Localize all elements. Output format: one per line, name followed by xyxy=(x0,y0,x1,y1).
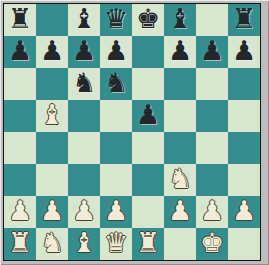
square-h2[interactable]: ♟ xyxy=(228,196,260,228)
white-pawn[interactable]: ♟ xyxy=(232,196,256,227)
white-bishop[interactable]: ♝ xyxy=(72,228,96,259)
square-e2[interactable] xyxy=(132,196,164,228)
black-pawn[interactable]: ♟ xyxy=(8,36,32,67)
square-a8[interactable]: ♜ xyxy=(4,4,36,36)
square-c7[interactable]: ♟ xyxy=(68,36,100,68)
black-pawn[interactable]: ♟ xyxy=(136,100,160,131)
square-g4[interactable] xyxy=(196,132,228,164)
square-f6[interactable] xyxy=(164,68,196,100)
square-g6[interactable] xyxy=(196,68,228,100)
square-f5[interactable] xyxy=(164,100,196,132)
black-pawn[interactable]: ♟ xyxy=(168,36,192,67)
black-pawn[interactable]: ♟ xyxy=(232,36,256,67)
square-e7[interactable] xyxy=(132,36,164,68)
black-pawn[interactable]: ♟ xyxy=(40,36,64,67)
square-c5[interactable] xyxy=(68,100,100,132)
square-h1[interactable] xyxy=(228,228,260,260)
black-bishop[interactable]: ♝ xyxy=(72,4,96,35)
square-d6[interactable]: ♞ xyxy=(100,68,132,100)
black-king[interactable]: ♚ xyxy=(136,4,160,35)
square-a5[interactable] xyxy=(4,100,36,132)
square-h5[interactable] xyxy=(228,100,260,132)
black-queen[interactable]: ♛ xyxy=(104,4,128,35)
square-e3[interactable] xyxy=(132,164,164,196)
square-a7[interactable]: ♟ xyxy=(4,36,36,68)
square-b1[interactable]: ♞ xyxy=(36,228,68,260)
white-pawn[interactable]: ♟ xyxy=(72,196,96,227)
chess-board: ♜♝♛♚♝♜♟♟♟♟♟♟♟♞♞♝♟♞♟♟♟♟♟♟♟♜♞♝♛♜♚ xyxy=(3,3,261,261)
square-e1[interactable]: ♜ xyxy=(132,228,164,260)
square-h3[interactable] xyxy=(228,164,260,196)
square-c4[interactable] xyxy=(68,132,100,164)
square-a4[interactable] xyxy=(4,132,36,164)
square-d4[interactable] xyxy=(100,132,132,164)
white-pawn[interactable]: ♟ xyxy=(40,196,64,227)
square-a3[interactable] xyxy=(4,164,36,196)
square-d1[interactable]: ♛ xyxy=(100,228,132,260)
white-pawn[interactable]: ♟ xyxy=(104,196,128,227)
black-rook[interactable]: ♜ xyxy=(232,4,256,35)
white-pawn[interactable]: ♟ xyxy=(168,196,192,227)
square-a2[interactable]: ♟ xyxy=(4,196,36,228)
white-king[interactable]: ♚ xyxy=(200,228,224,259)
black-pawn[interactable]: ♟ xyxy=(104,36,128,67)
square-f2[interactable]: ♟ xyxy=(164,196,196,228)
white-bishop[interactable]: ♝ xyxy=(40,100,64,131)
square-b5[interactable]: ♝ xyxy=(36,100,68,132)
square-a6[interactable] xyxy=(4,68,36,100)
square-d3[interactable] xyxy=(100,164,132,196)
black-bishop[interactable]: ♝ xyxy=(168,4,192,35)
square-e8[interactable]: ♚ xyxy=(132,4,164,36)
black-knight[interactable]: ♞ xyxy=(72,68,96,99)
square-b8[interactable] xyxy=(36,4,68,36)
square-c8[interactable]: ♝ xyxy=(68,4,100,36)
white-rook[interactable]: ♜ xyxy=(8,228,32,259)
white-pawn[interactable]: ♟ xyxy=(200,196,224,227)
white-pawn[interactable]: ♟ xyxy=(8,196,32,227)
square-f1[interactable] xyxy=(164,228,196,260)
square-f8[interactable]: ♝ xyxy=(164,4,196,36)
square-d5[interactable] xyxy=(100,100,132,132)
square-e4[interactable] xyxy=(132,132,164,164)
square-b7[interactable]: ♟ xyxy=(36,36,68,68)
square-c3[interactable] xyxy=(68,164,100,196)
square-h8[interactable]: ♜ xyxy=(228,4,260,36)
black-rook[interactable]: ♜ xyxy=(8,4,32,35)
square-h4[interactable] xyxy=(228,132,260,164)
white-knight[interactable]: ♞ xyxy=(40,228,64,259)
black-pawn[interactable]: ♟ xyxy=(72,36,96,67)
square-g2[interactable]: ♟ xyxy=(196,196,228,228)
square-a1[interactable]: ♜ xyxy=(4,228,36,260)
square-f3[interactable]: ♞ xyxy=(164,164,196,196)
square-b4[interactable] xyxy=(36,132,68,164)
square-b3[interactable] xyxy=(36,164,68,196)
square-e5[interactable]: ♟ xyxy=(132,100,164,132)
square-h6[interactable] xyxy=(228,68,260,100)
chess-app-window: ♜♝♛♚♝♜♟♟♟♟♟♟♟♞♞♝♟♞♟♟♟♟♟♟♟♜♞♝♛♜♚ xyxy=(0,0,269,265)
square-e6[interactable] xyxy=(132,68,164,100)
white-queen[interactable]: ♛ xyxy=(104,228,128,259)
white-rook[interactable]: ♜ xyxy=(136,228,160,259)
square-b2[interactable]: ♟ xyxy=(36,196,68,228)
square-c6[interactable]: ♞ xyxy=(68,68,100,100)
square-f7[interactable]: ♟ xyxy=(164,36,196,68)
square-g5[interactable] xyxy=(196,100,228,132)
white-knight[interactable]: ♞ xyxy=(168,164,192,195)
square-c1[interactable]: ♝ xyxy=(68,228,100,260)
black-knight[interactable]: ♞ xyxy=(104,68,128,99)
square-g8[interactable] xyxy=(196,4,228,36)
black-pawn[interactable]: ♟ xyxy=(200,36,224,67)
square-d7[interactable]: ♟ xyxy=(100,36,132,68)
square-h7[interactable]: ♟ xyxy=(228,36,260,68)
square-g3[interactable] xyxy=(196,164,228,196)
square-b6[interactable] xyxy=(36,68,68,100)
square-g7[interactable]: ♟ xyxy=(196,36,228,68)
square-d2[interactable]: ♟ xyxy=(100,196,132,228)
square-f4[interactable] xyxy=(164,132,196,164)
square-g1[interactable]: ♚ xyxy=(196,228,228,260)
square-c2[interactable]: ♟ xyxy=(68,196,100,228)
square-d8[interactable]: ♛ xyxy=(100,4,132,36)
